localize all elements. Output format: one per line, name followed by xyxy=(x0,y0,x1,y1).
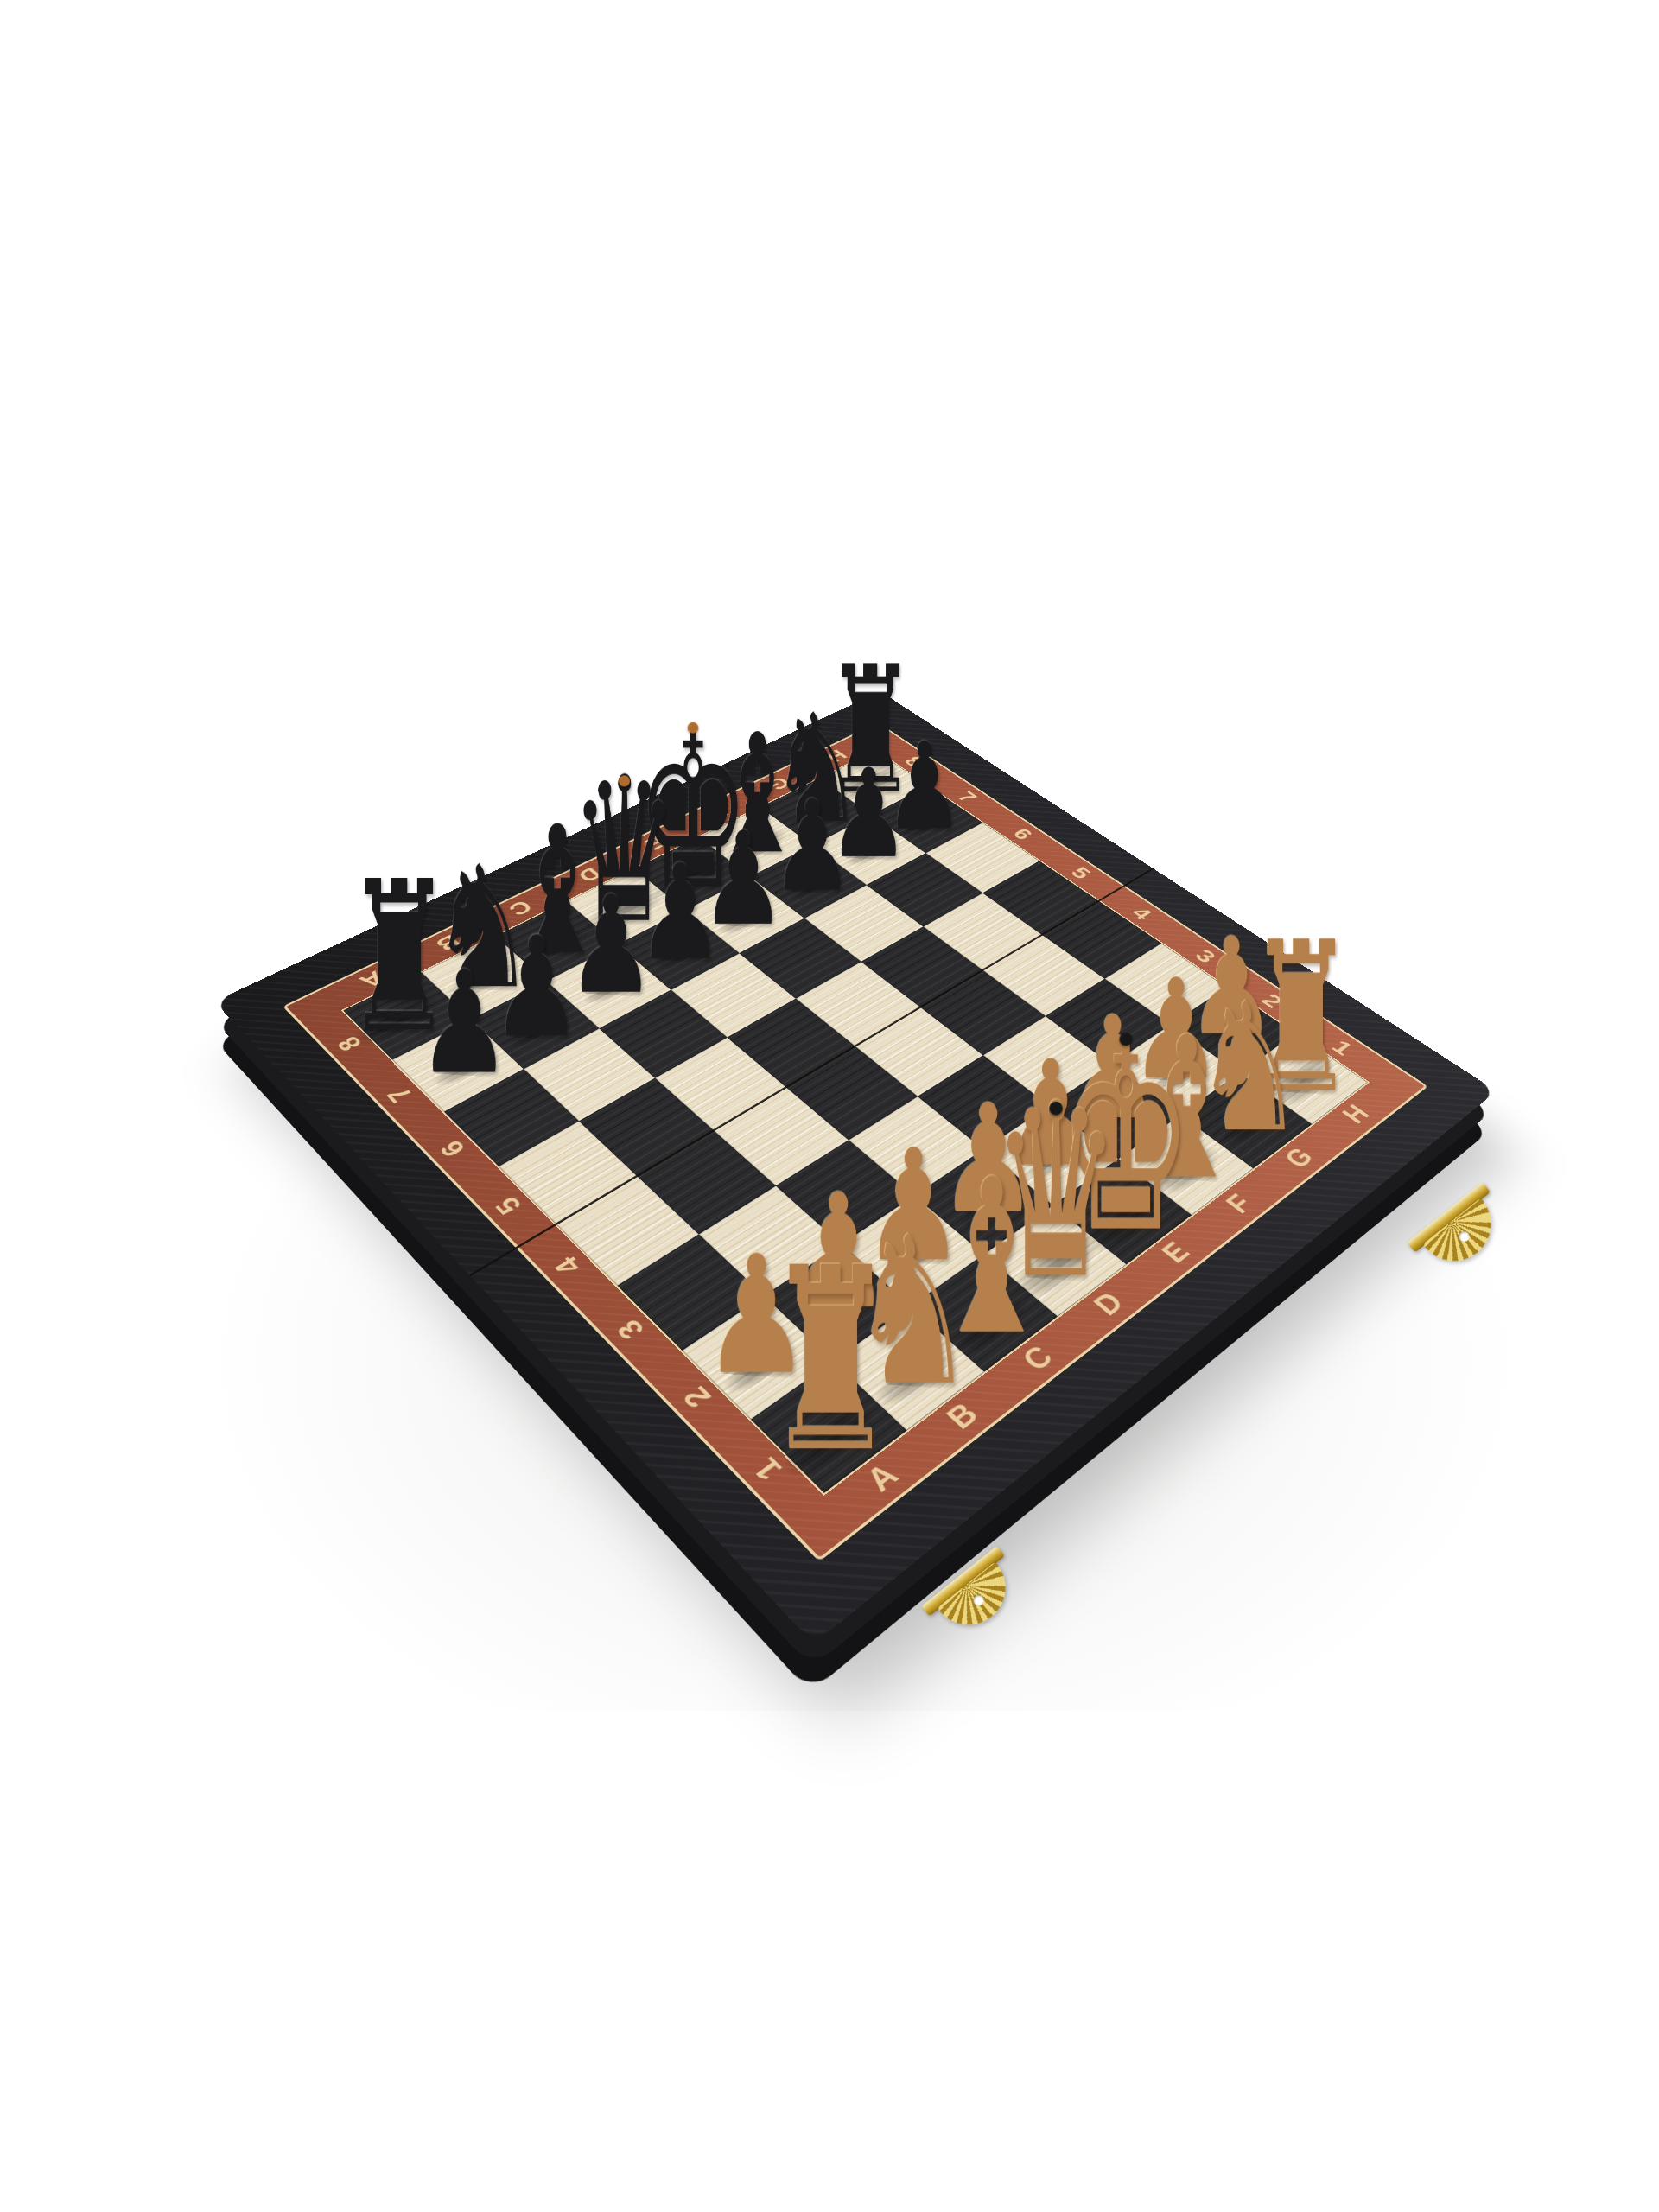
orange-finial xyxy=(618,775,629,786)
black-finial xyxy=(1119,1033,1132,1046)
orange-finial xyxy=(687,722,698,734)
black-finial xyxy=(1049,1102,1063,1116)
photo-canvas: ♜♞♝♛♚♝♞♜♟♟♟♟♟♟♟♟♟♟♟♟♟♟♟♟♜♞♝♛♚♝♞♜ AABBCCD… xyxy=(0,0,1659,2212)
